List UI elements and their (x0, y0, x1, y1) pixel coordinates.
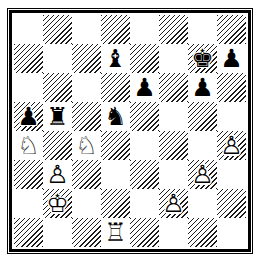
square-a1[interactable] (14, 218, 43, 247)
black-pawn-piece: ♟ (188, 73, 217, 102)
square-c6[interactable] (72, 73, 101, 102)
square-b3[interactable]: ♟♙ (43, 160, 72, 189)
square-f8[interactable] (159, 15, 188, 44)
square-b1[interactable] (43, 218, 72, 247)
square-b6[interactable] (43, 73, 72, 102)
white-pawn-piece-fill: ♟ (43, 160, 72, 189)
square-e1[interactable] (130, 218, 159, 247)
square-a3[interactable] (14, 160, 43, 189)
square-g6[interactable]: ♟ (188, 73, 217, 102)
white-pawn-piece: ♙ (43, 160, 72, 189)
square-f4[interactable] (159, 131, 188, 160)
square-d6[interactable] (101, 73, 130, 102)
square-h6[interactable] (217, 73, 246, 102)
black-pawn-piece: ♟ (130, 73, 159, 102)
square-a6[interactable] (14, 73, 43, 102)
square-e6[interactable]: ♟ (130, 73, 159, 102)
square-g8[interactable] (188, 15, 217, 44)
square-f6[interactable] (159, 73, 188, 102)
white-knight-piece: ♘ (72, 131, 101, 160)
black-king-piece: ♚ (188, 44, 217, 73)
square-d7[interactable]: ♝ (101, 44, 130, 73)
square-h8[interactable] (217, 15, 246, 44)
square-g4[interactable] (188, 131, 217, 160)
square-b8[interactable] (43, 15, 72, 44)
square-h3[interactable] (217, 160, 246, 189)
square-d8[interactable] (101, 15, 130, 44)
chess-board: ♝♚♟♟♟♟♜♞♞♘♞♘♟♙♟♙♟♙♚♔♟♙♜♖ (14, 15, 246, 247)
square-g3[interactable]: ♟♙ (188, 160, 217, 189)
square-a8[interactable] (14, 15, 43, 44)
white-pawn-piece: ♙ (188, 160, 217, 189)
white-knight-piece-fill: ♞ (72, 131, 101, 160)
square-a7[interactable] (14, 44, 43, 73)
black-pawn-piece: ♟ (217, 44, 246, 73)
black-knight-piece: ♞ (101, 102, 130, 131)
chess-diagram: ♝♚♟♟♟♟♜♞♞♘♞♘♟♙♟♙♟♙♚♔♟♙♜♖ (0, 0, 267, 273)
square-b4[interactable] (43, 131, 72, 160)
board-outer-frame: ♝♚♟♟♟♟♜♞♞♘♞♘♟♙♟♙♟♙♚♔♟♙♜♖ (7, 8, 253, 254)
square-b2[interactable]: ♚♔ (43, 189, 72, 218)
square-c4[interactable]: ♞♘ (72, 131, 101, 160)
square-e7[interactable] (130, 44, 159, 73)
square-a5[interactable]: ♟ (14, 102, 43, 131)
square-g2[interactable] (188, 189, 217, 218)
square-h7[interactable]: ♟ (217, 44, 246, 73)
square-e5[interactable] (130, 102, 159, 131)
white-pawn-piece-fill: ♟ (188, 160, 217, 189)
square-f2[interactable]: ♟♙ (159, 189, 188, 218)
square-h1[interactable] (217, 218, 246, 247)
white-king-piece: ♔ (43, 189, 72, 218)
square-b7[interactable] (43, 44, 72, 73)
square-a2[interactable] (14, 189, 43, 218)
square-g7[interactable]: ♚ (188, 44, 217, 73)
square-d3[interactable] (101, 160, 130, 189)
square-e8[interactable] (130, 15, 159, 44)
square-f3[interactable] (159, 160, 188, 189)
square-f7[interactable] (159, 44, 188, 73)
square-h5[interactable] (217, 102, 246, 131)
square-c1[interactable] (72, 218, 101, 247)
white-pawn-piece: ♙ (217, 131, 246, 160)
square-a4[interactable]: ♞♘ (14, 131, 43, 160)
square-f1[interactable] (159, 218, 188, 247)
white-rook-piece: ♖ (101, 218, 130, 247)
white-pawn-piece-fill: ♟ (217, 131, 246, 160)
square-d1[interactable]: ♜♖ (101, 218, 130, 247)
square-d5[interactable]: ♞ (101, 102, 130, 131)
board-inner-frame: ♝♚♟♟♟♟♜♞♞♘♞♘♟♙♟♙♟♙♚♔♟♙♜♖ (9, 10, 251, 252)
square-c3[interactable] (72, 160, 101, 189)
black-bishop-piece: ♝ (101, 44, 130, 73)
square-e4[interactable] (130, 131, 159, 160)
square-e3[interactable] (130, 160, 159, 189)
square-c8[interactable] (72, 15, 101, 44)
square-h2[interactable] (217, 189, 246, 218)
square-e2[interactable] (130, 189, 159, 218)
square-c7[interactable] (72, 44, 101, 73)
white-rook-piece-fill: ♜ (101, 218, 130, 247)
square-h4[interactable]: ♟♙ (217, 131, 246, 160)
square-c2[interactable] (72, 189, 101, 218)
square-b5[interactable]: ♜ (43, 102, 72, 131)
black-rook-piece: ♜ (43, 102, 72, 131)
square-g5[interactable] (188, 102, 217, 131)
square-f5[interactable] (159, 102, 188, 131)
white-knight-piece-fill: ♞ (14, 131, 43, 160)
white-pawn-piece-fill: ♟ (159, 189, 188, 218)
white-pawn-piece: ♙ (159, 189, 188, 218)
white-knight-piece: ♘ (14, 131, 43, 160)
white-king-piece-fill: ♚ (43, 189, 72, 218)
square-c5[interactable] (72, 102, 101, 131)
square-d2[interactable] (101, 189, 130, 218)
square-d4[interactable] (101, 131, 130, 160)
square-g1[interactable] (188, 218, 217, 247)
black-pawn-piece: ♟ (14, 102, 43, 131)
